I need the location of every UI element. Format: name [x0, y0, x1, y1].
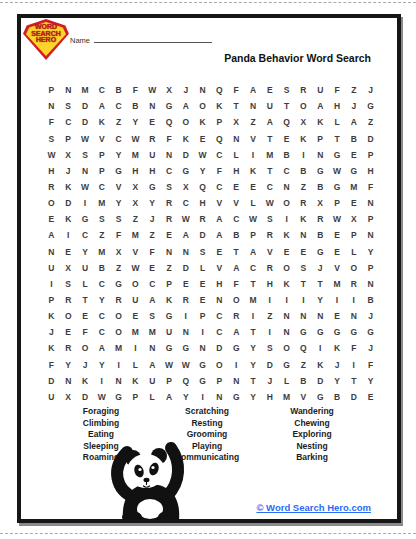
grid-cell: I [194, 389, 211, 405]
grid-cell: A [211, 227, 228, 243]
grid-cell: K [295, 211, 312, 227]
grid-cell: Y [194, 163, 211, 179]
grid-cell: B [312, 227, 329, 243]
grid-cell: R [144, 130, 161, 146]
grid-cell: Y [77, 243, 94, 259]
grid-cell: G [329, 179, 346, 195]
grid-cell: R [60, 340, 77, 356]
grid-cell: M [93, 243, 110, 259]
grid-cell: E [194, 130, 211, 146]
grid-cell: R [194, 211, 211, 227]
grid-cell: F [362, 179, 379, 195]
grid-cell: G [161, 308, 178, 324]
grid-cell: Z [110, 114, 127, 130]
grid-cell: E [345, 195, 362, 211]
grid-cell: H [329, 98, 346, 114]
grid-cell: G [312, 324, 329, 340]
grid-cell: U [43, 389, 60, 405]
grid-cell: M [110, 340, 127, 356]
grid-cell: D [77, 98, 94, 114]
grid-cell: Z [93, 227, 110, 243]
grid-cell: G [329, 147, 346, 163]
grid-cell: U [144, 147, 161, 163]
grid-cell: N [345, 308, 362, 324]
grid-cell: N [60, 82, 77, 98]
grid-cell: F [43, 114, 60, 130]
grid-cell: J [362, 82, 379, 98]
grid-cell: E [261, 82, 278, 98]
grid-cell: E [177, 276, 194, 292]
grid-cell: A [144, 357, 161, 373]
grid-cell: D [312, 373, 329, 389]
grid-cell: N [278, 179, 295, 195]
grid-cell: K [93, 114, 110, 130]
name-label: Name [70, 36, 90, 45]
grid-cell: E [194, 292, 211, 308]
grid-cell: K [312, 357, 329, 373]
grid-cell: G [161, 98, 178, 114]
grid-cell: F [228, 276, 245, 292]
grid-cell: L [228, 147, 245, 163]
grid-cell: G [228, 389, 245, 405]
grid-cell: A [177, 98, 194, 114]
grid-cell: H [228, 163, 245, 179]
grid-cell: A [93, 340, 110, 356]
grid-cell: I [93, 373, 110, 389]
grid-cell: A [93, 98, 110, 114]
grid-cell: G [161, 340, 178, 356]
grid-cell: T [245, 276, 262, 292]
grid-cell: B [295, 163, 312, 179]
worksheet-page: WORD SEARCH HERO Name Panda Behavior Wor… [0, 0, 416, 539]
grid-cell: N [312, 147, 329, 163]
word-list-item: Wandering [247, 406, 377, 418]
grid-cell: P [329, 195, 346, 211]
grid-cell: J [362, 340, 379, 356]
grid-cell: O [345, 260, 362, 276]
grid-cell: E [329, 243, 346, 259]
grid-cell: G [329, 324, 346, 340]
grid-cell: Y [312, 292, 329, 308]
grid-cell: Z [144, 227, 161, 243]
grid-cell: P [211, 114, 228, 130]
grid-cell: B [228, 227, 245, 243]
grid-cell: O [110, 308, 127, 324]
grid-cell: Y [110, 195, 127, 211]
word-list-item: Nesting [247, 441, 377, 453]
grid-cell: E [127, 308, 144, 324]
grid-cell: D [43, 373, 60, 389]
grid-cell: N [43, 98, 60, 114]
grid-cell: K [295, 130, 312, 146]
grid-cell: L [278, 373, 295, 389]
grid-cell: T [329, 130, 346, 146]
grid-cell: I [345, 357, 362, 373]
grid-cell: O [127, 276, 144, 292]
grid-cell: B [278, 147, 295, 163]
grid-cell: Y [245, 340, 262, 356]
grid-cell: N [278, 324, 295, 340]
grid-cell: W [93, 389, 110, 405]
grid-cell: W [177, 211, 194, 227]
grid-cell: O [278, 260, 295, 276]
grid-cell: L [329, 114, 346, 130]
grid-cell: K [211, 98, 228, 114]
grid-cell: T [261, 163, 278, 179]
grid-cell: A [228, 324, 245, 340]
grid-cell: N [295, 308, 312, 324]
grid-cell: K [77, 373, 94, 389]
grid-cell: N [211, 389, 228, 405]
grid-cell: E [43, 211, 60, 227]
grid-cell: G [194, 357, 211, 373]
grid-cell: B [312, 179, 329, 195]
grid-cell: N [194, 82, 211, 98]
grid-cell: F [228, 82, 245, 98]
grid-cell: C [261, 179, 278, 195]
grid-cell: C [161, 163, 178, 179]
grid-cell: B [295, 373, 312, 389]
grid-cell: C [110, 130, 127, 146]
grid-cell: S [144, 308, 161, 324]
word-search-hero-link[interactable]: © Word Search Hero.com [256, 502, 371, 513]
word-list-item: Exploring [247, 429, 377, 441]
grid-cell: U [127, 292, 144, 308]
grid-cell: C [228, 211, 245, 227]
grid-cell: M [345, 179, 362, 195]
grid-cell: Y [127, 114, 144, 130]
grid-cell: T [261, 130, 278, 146]
grid-cell: K [245, 163, 262, 179]
grid-cell: F [345, 340, 362, 356]
grid-cell: V [261, 243, 278, 259]
grid-cell: M [278, 389, 295, 405]
grid-cell: C [211, 179, 228, 195]
grid-cell: F [43, 357, 60, 373]
grid-cell: V [211, 195, 228, 211]
grid-cell: R [295, 82, 312, 98]
grid-cell: O [194, 98, 211, 114]
grid-cell: G [312, 243, 329, 259]
grid-cell: V [245, 130, 262, 146]
grid-cell: G [278, 357, 295, 373]
grid-cell: I [261, 292, 278, 308]
grid-cell: S [295, 260, 312, 276]
grid-cell: E [329, 308, 346, 324]
word-search-hero-logo: WORD SEARCH HERO [23, 19, 69, 60]
grid-cell: G [295, 324, 312, 340]
grid-cell: I [245, 147, 262, 163]
grid-cell: P [127, 389, 144, 405]
grid-cell: N [228, 130, 245, 146]
grid-cell: P [312, 130, 329, 146]
grid-cell: J [43, 324, 60, 340]
grid-cell: V [228, 195, 245, 211]
grid-cell: O [43, 195, 60, 211]
grid-cell: P [93, 147, 110, 163]
grid-cell: R [312, 211, 329, 227]
grid-cell: L [345, 243, 362, 259]
grid-cell: C [177, 195, 194, 211]
grid-cell: Z [261, 308, 278, 324]
grid-cell: M [144, 324, 161, 340]
grid-cell: H [43, 163, 60, 179]
grid-cell: O [228, 292, 245, 308]
grid-cell: C [211, 308, 228, 324]
grid-cell: X [127, 179, 144, 195]
grid-cell: N [144, 340, 161, 356]
grid-cell: N [228, 373, 245, 389]
grid-cell: Z [245, 114, 262, 130]
grid-cell: N [278, 308, 295, 324]
grid-cell: I [43, 276, 60, 292]
grid-cell: V [110, 179, 127, 195]
grid-cell: Z [362, 114, 379, 130]
grid-cell: K [278, 227, 295, 243]
grid-cell: P [362, 211, 379, 227]
grid-cell: Q [295, 340, 312, 356]
grid-cell: X [312, 195, 329, 211]
grid-cell: I [60, 227, 77, 243]
grid-cell: L [194, 260, 211, 276]
grid-cell: S [77, 147, 94, 163]
grid-cell: B [345, 130, 362, 146]
grid-cell: S [278, 82, 295, 98]
grid-cell: H [261, 276, 278, 292]
grid-cell: W [144, 82, 161, 98]
grid-cell: J [329, 357, 346, 373]
grid-cell: G [362, 98, 379, 114]
grid-cell: D [60, 195, 77, 211]
grid-cell: I [127, 340, 144, 356]
grid-cell: G [345, 324, 362, 340]
grid-cell: Y [93, 292, 110, 308]
grid-cell: R [161, 211, 178, 227]
grid-cell: Y [144, 195, 161, 211]
grid-cell: R [345, 276, 362, 292]
grid-cell: G [110, 163, 127, 179]
grid-cell: X [127, 195, 144, 211]
grid-cell: W [177, 357, 194, 373]
grid-cell: T [295, 276, 312, 292]
grid-cell: K [194, 114, 211, 130]
grid-cell: K [177, 130, 194, 146]
grid-cell: E [329, 227, 346, 243]
grid-cell: P [43, 292, 60, 308]
grid-cell: N [144, 98, 161, 114]
grid-cell: R [261, 227, 278, 243]
grid-cell: P [245, 227, 262, 243]
grid-cell: G [345, 163, 362, 179]
grid-cell: K [60, 211, 77, 227]
grid-cell: A [177, 227, 194, 243]
grid-cell: K [60, 179, 77, 195]
grid-cell: E [228, 179, 245, 195]
grid-cell: V [93, 130, 110, 146]
grid-cell: C [144, 276, 161, 292]
grid-cell: S [60, 276, 77, 292]
grid-cell: X [60, 147, 77, 163]
grid-cell: A [245, 243, 262, 259]
grid-cell: X [228, 114, 245, 130]
grid-cell: E [194, 276, 211, 292]
grid-cell: E [245, 179, 262, 195]
grid-cell: W [161, 357, 178, 373]
grid-cell: W [261, 195, 278, 211]
grid-cell: P [362, 147, 379, 163]
grid-cell: A [228, 260, 245, 276]
word-list-item: Chewing [247, 418, 377, 430]
grid-cell: G [312, 163, 329, 179]
grid-cell: P [211, 373, 228, 389]
word-grid: PNMCBFWXJNQFAESRUFZJNSDACBNGAOKTNUTOAHJG… [43, 82, 379, 405]
grid-cell: X [345, 211, 362, 227]
grid-cell: N [77, 163, 94, 179]
grid-cell: T [345, 373, 362, 389]
grid-cell: Q [278, 114, 295, 130]
grid-cell: F [161, 130, 178, 146]
grid-cell: E [60, 243, 77, 259]
grid-cell: N [177, 324, 194, 340]
grid-cell: G [110, 389, 127, 405]
grid-cell: J [312, 260, 329, 276]
grid-cell: Q [161, 114, 178, 130]
grid-cell: P [60, 130, 77, 146]
word-list-item: Barking [247, 452, 377, 464]
grid-cell: C [110, 98, 127, 114]
grid-cell: B [127, 98, 144, 114]
grid-cell: W [329, 163, 346, 179]
bottom-cut-line [0, 533, 416, 534]
grid-cell: B [329, 389, 346, 405]
grid-cell: T [245, 324, 262, 340]
grid-cell: E [161, 227, 178, 243]
grid-cell: V [329, 260, 346, 276]
grid-cell: S [161, 179, 178, 195]
grid-cell: E [77, 308, 94, 324]
grid-cell: I [177, 308, 194, 324]
grid-cell: P [362, 260, 379, 276]
grid-cell: G [177, 340, 194, 356]
grid-cell: X [60, 260, 77, 276]
grid-cell: H [362, 163, 379, 179]
grid-cell: E [345, 147, 362, 163]
grid-cell: T [228, 243, 245, 259]
grid-cell: D [261, 357, 278, 373]
grid-cell: H [144, 163, 161, 179]
grid-cell: L [77, 276, 94, 292]
grid-cell: Y [245, 389, 262, 405]
grid-cell: L [127, 357, 144, 373]
grid-cell: I [194, 324, 211, 340]
grid-cell: D [77, 389, 94, 405]
grid-cell: Q [211, 82, 228, 98]
grid-cell: E [60, 324, 77, 340]
grid-cell: N [362, 227, 379, 243]
grid-cell: E [278, 243, 295, 259]
grid-cell: N [110, 373, 127, 389]
grid-cell: K [43, 308, 60, 324]
grid-cell: X [110, 243, 127, 259]
grid-cell: N [161, 243, 178, 259]
grid-cell: B [93, 260, 110, 276]
grid-cell: V [211, 260, 228, 276]
grid-cell: I [228, 357, 245, 373]
grid-cell: Y [329, 373, 346, 389]
grid-cell: G [362, 324, 379, 340]
grid-cell: G [312, 389, 329, 405]
grid-cell: F [211, 163, 228, 179]
grid-cell: G [228, 340, 245, 356]
grid-cell: A [43, 227, 60, 243]
grid-cell: O [77, 340, 94, 356]
grid-cell: T [245, 373, 262, 389]
grid-cell: D [194, 227, 211, 243]
grid-cell: Y [110, 147, 127, 163]
grid-cell: R [228, 308, 245, 324]
panda-illustration [97, 438, 225, 520]
grid-cell: M [329, 276, 346, 292]
grid-cell: U [77, 260, 94, 276]
grid-cell: C [93, 276, 110, 292]
grid-cell: A [345, 114, 362, 130]
grid-cell: P [161, 373, 178, 389]
grid-cell: P [194, 308, 211, 324]
grid-cell: V [295, 389, 312, 405]
grid-cell: K [127, 373, 144, 389]
grid-cell: J [362, 308, 379, 324]
grid-cell: W [127, 130, 144, 146]
grid-cell: J [60, 163, 77, 179]
grid-cell: P [345, 227, 362, 243]
grid-cell: U [144, 373, 161, 389]
grid-cell: E [211, 243, 228, 259]
grid-cell: U [161, 324, 178, 340]
grid-cell: S [261, 211, 278, 227]
grid-cell: C [93, 179, 110, 195]
grid-cell: H [127, 163, 144, 179]
grid-cell: I [77, 195, 94, 211]
grid-cell: G [144, 179, 161, 195]
grid-cell: Z [345, 82, 362, 98]
grid-cell: M [77, 82, 94, 98]
grid-cell: F [362, 357, 379, 373]
grid-cell: D [345, 389, 362, 405]
grid-cell: R [177, 292, 194, 308]
grid-cell: S [261, 340, 278, 356]
grid-cell: N [312, 308, 329, 324]
grid-cell: M [127, 324, 144, 340]
grid-cell: P [43, 82, 60, 98]
grid-cell: D [177, 260, 194, 276]
grid-cell: Z [295, 179, 312, 195]
grid-cell: R [261, 260, 278, 276]
grid-cell: N [177, 243, 194, 259]
grid-cell: E [295, 243, 312, 259]
grid-cell: I [312, 340, 329, 356]
grid-cell: P [161, 276, 178, 292]
grid-cell: F [110, 227, 127, 243]
grid-cell: G [77, 211, 94, 227]
grid-cell: I [245, 308, 262, 324]
grid-cell: Y [245, 357, 262, 373]
grid-cell: F [77, 324, 94, 340]
logo-line3: HERO [36, 37, 56, 44]
grid-cell: V [127, 243, 144, 259]
grid-cell: A [312, 98, 329, 114]
grid-cell: N [362, 276, 379, 292]
top-cut-line [0, 2, 416, 3]
